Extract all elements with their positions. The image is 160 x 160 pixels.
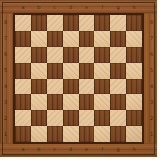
square-g8[interactable] (110, 15, 126, 31)
square-f3[interactable] (94, 94, 110, 110)
square-c5[interactable] (47, 63, 63, 79)
square-f5[interactable] (94, 63, 110, 79)
board-frame-right (143, 0, 157, 157)
square-e7[interactable] (79, 31, 95, 47)
square-c1[interactable] (47, 126, 63, 142)
square-b4[interactable] (31, 79, 47, 95)
square-h3[interactable] (126, 94, 142, 110)
board-frame-top (0, 0, 157, 14)
square-b5[interactable] (31, 63, 47, 79)
square-a8[interactable] (15, 15, 31, 31)
square-d7[interactable] (63, 31, 79, 47)
square-h7[interactable] (126, 31, 142, 47)
playing-field (15, 15, 142, 142)
square-f7[interactable] (94, 31, 110, 47)
square-c2[interactable] (47, 110, 63, 126)
square-e5[interactable] (79, 63, 95, 79)
square-b8[interactable] (31, 15, 47, 31)
square-g1[interactable] (110, 126, 126, 142)
square-g3[interactable] (110, 94, 126, 110)
square-a4[interactable] (15, 79, 31, 95)
square-d8[interactable] (63, 15, 79, 31)
square-e1[interactable] (79, 126, 95, 142)
square-c8[interactable] (47, 15, 63, 31)
square-h6[interactable] (126, 47, 142, 63)
square-f1[interactable] (94, 126, 110, 142)
square-h1[interactable] (126, 126, 142, 142)
square-e4[interactable] (79, 79, 95, 95)
square-c6[interactable] (47, 47, 63, 63)
square-a5[interactable] (15, 63, 31, 79)
square-c3[interactable] (47, 94, 63, 110)
square-b6[interactable] (31, 47, 47, 63)
square-b1[interactable] (31, 126, 47, 142)
board-frame-left (0, 0, 14, 157)
square-a3[interactable] (15, 94, 31, 110)
square-b2[interactable] (31, 110, 47, 126)
square-e6[interactable] (79, 47, 95, 63)
square-e2[interactable] (79, 110, 95, 126)
square-h5[interactable] (126, 63, 142, 79)
square-d2[interactable] (63, 110, 79, 126)
square-c4[interactable] (47, 79, 63, 95)
square-h2[interactable] (126, 110, 142, 126)
square-f2[interactable] (94, 110, 110, 126)
square-d1[interactable] (63, 126, 79, 142)
square-d5[interactable] (63, 63, 79, 79)
square-g4[interactable] (110, 79, 126, 95)
chess-board: abcdefgh abcdefgh 87654321 87654321 (0, 0, 157, 157)
square-b3[interactable] (31, 94, 47, 110)
square-h8[interactable] (126, 15, 142, 31)
square-c7[interactable] (47, 31, 63, 47)
square-g2[interactable] (110, 110, 126, 126)
square-g5[interactable] (110, 63, 126, 79)
board-frame-bottom (0, 143, 157, 157)
square-d3[interactable] (63, 94, 79, 110)
square-d4[interactable] (63, 79, 79, 95)
square-a2[interactable] (15, 110, 31, 126)
square-h4[interactable] (126, 79, 142, 95)
square-f4[interactable] (94, 79, 110, 95)
square-g6[interactable] (110, 47, 126, 63)
square-f6[interactable] (94, 47, 110, 63)
screenshot: abcdefgh abcdefgh 87654321 87654321 (0, 0, 160, 160)
square-a7[interactable] (15, 31, 31, 47)
square-a1[interactable] (15, 126, 31, 142)
square-e3[interactable] (79, 94, 95, 110)
square-b7[interactable] (31, 31, 47, 47)
square-f8[interactable] (94, 15, 110, 31)
square-a6[interactable] (15, 47, 31, 63)
square-e8[interactable] (79, 15, 95, 31)
square-d6[interactable] (63, 47, 79, 63)
square-g7[interactable] (110, 31, 126, 47)
